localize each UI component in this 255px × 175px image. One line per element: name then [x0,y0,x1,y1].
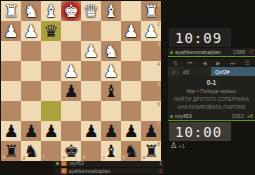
square-f6[interactable] [41,101,61,121]
white-rook: ♜ [1,1,21,21]
square-b2[interactable]: ♟ [121,21,141,41]
square-e4[interactable]: ♟ [61,61,81,81]
white-pawn: ♟ [101,61,121,81]
square-h5[interactable] [1,81,21,101]
square-c1[interactable]: ♝ [101,1,121,21]
square-d6[interactable] [81,101,101,121]
square-c8[interactable]: ♝c [101,141,121,161]
file-coordinate: h [3,155,6,160]
file-coordinate: g [23,155,26,160]
square-e6[interactable] [61,101,81,121]
online-dot-icon [170,51,173,54]
white-pawn: ♟ [1,21,21,41]
menu-icon[interactable]: ☰ [245,59,250,67]
square-f4[interactable] [41,61,61,81]
square-h1[interactable]: ♜ [1,1,21,21]
white-move[interactable]: d3 [179,67,211,76]
square-c5[interactable]: ♝ [101,81,121,101]
online-dot-icon [170,115,173,118]
square-c7[interactable]: ♟ [101,121,121,141]
square-a4[interactable]: 4 [141,61,161,81]
square-b3[interactable] [121,41,141,61]
square-b7[interactable]: ♟ [121,121,141,141]
prev-move-icon[interactable]: ◀ [202,59,206,67]
square-a5[interactable]: 5 [141,81,161,101]
square-b5[interactable] [121,81,141,101]
analyze-game-button[interactable]: АНАЛИЗИРОВАТЬ ПАРТИЮ [168,104,255,113]
file-coordinate: d [83,155,86,160]
game-summary: ⚔ roy453 1 ⚔ ayahkemowbajdan 0 [54,160,164,175]
white-queen: ♛ [81,1,101,21]
rank-coordinate: 4 [157,62,160,67]
move-number: 4 [168,67,179,76]
rank-coordinate: 6 [157,102,160,107]
square-b4[interactable] [121,61,141,81]
square-a1[interactable]: ♜1 [141,1,161,21]
square-c3[interactable]: ♞ [101,41,121,61]
square-a8[interactable]: ♜8a [141,141,161,161]
summary-player-name[interactable]: ayahkemowbajdan [69,168,158,174]
white-pawn: ♟ [21,21,41,41]
replay-toolbar: ⇅⏮◀▶⏭☰ [168,59,255,67]
summary-score: 0 [159,168,162,174]
file-coordinate: e [63,155,66,160]
rank-coordinate: 7 [157,122,160,127]
square-d1[interactable]: ♛ [81,1,101,21]
summary-score: 1 [159,160,162,166]
square-f5[interactable] [41,81,61,101]
file-coordinate: f [43,155,44,160]
square-g5[interactable] [21,81,41,101]
white-knight: ♞ [101,41,121,61]
square-d3[interactable]: ♟ [81,41,101,61]
square-e3[interactable] [61,41,81,61]
white-king: ♚ [61,1,81,21]
square-f2[interactable]: ♛ [41,21,61,41]
move-list-row: 4 d3 Qxf2# [168,67,255,76]
player-name-top[interactable]: ayahkemowbajdan [175,49,221,55]
black-queen: ♛ [41,21,61,41]
captured-material: ♙ +1 [170,142,185,150]
square-g1[interactable]: ♞ [21,1,41,21]
square-d5[interactable] [81,81,101,101]
square-h8[interactable]: ♜h [1,141,21,161]
rating-delta-top: -7 [248,49,253,55]
black-pawn: ♟ [61,81,81,101]
square-h7[interactable]: ♟ [1,121,21,141]
result-status: Мат • Победа чёрных [168,88,255,94]
player-name-bottom[interactable]: roy453 [175,113,192,119]
white-pawn: ♟ [61,61,81,81]
square-d8[interactable]: d [81,141,101,161]
square-e1[interactable]: ♚ [61,1,81,21]
square-c2[interactable] [101,21,121,41]
summary-player-name[interactable]: roy453 [69,160,158,166]
rating-delta-bottom: +6 [247,113,253,119]
clock-black: 10:00 [169,122,231,141]
file-coordinate: b [123,155,126,160]
square-f1[interactable]: ♝ [41,1,61,21]
lichess-game-page: ♜♞♝♚♛♝♜1♟♟♛♟♟2♟♞3♟♟4♟♝56♟♟♟♟♟♟♟7♜h♞gf♚ed… [0,0,255,175]
summary-row-loser[interactable]: ⚔ ayahkemowbajdan 0 [54,168,164,175]
square-c4[interactable]: ♟ [101,61,121,81]
next-move-icon[interactable]: ▶ [216,59,220,67]
rank-coordinate: 2 [157,22,160,27]
square-c6[interactable] [101,101,121,121]
rank-coordinate: 3 [157,42,160,47]
last-move-icon[interactable]: ⏭ [230,59,235,67]
post-game-actions: НАЙТИ ДРУГОГО СОПЕРНИКА АНАЛИЗИРОВАТЬ ПА… [168,95,255,112]
material-advantage: +1 [178,143,185,149]
square-f3[interactable] [41,41,61,61]
white-pawn: ♟ [121,21,141,41]
white-bishop: ♝ [41,1,61,21]
file-coordinate: c [103,155,106,160]
clock-white: 10:09 [169,28,231,47]
square-b1[interactable] [121,1,141,21]
black-bishop: ♝ [101,81,121,101]
square-g3[interactable] [21,41,41,61]
square-h3[interactable] [1,41,21,61]
square-h6[interactable] [1,101,21,121]
game-sidebar: 10:09 ayahkemowbajdan 1588 -7 ⇅⏮◀▶⏭☰ 4 d… [168,0,255,175]
captured-pawn-icon: ♙ [170,142,177,150]
square-g4[interactable] [21,61,41,81]
square-a2[interactable]: ♟2 [141,21,161,41]
player-rating-top: 1588 [233,49,245,55]
black-pawn: ♟ [1,121,21,141]
square-f8[interactable]: f [41,141,61,161]
rank-coordinate: 8 [157,142,160,147]
result-score: 0-1 [168,76,255,86]
rank-coordinate: 5 [157,82,160,87]
square-d2[interactable] [81,21,101,41]
square-g7[interactable]: ♟ [21,121,41,141]
square-g6[interactable] [21,101,41,121]
player-rating-bottom: 1562 [231,113,243,119]
square-a6[interactable]: 6 [141,101,161,121]
new-opponent-button[interactable]: НАЙТИ ДРУГОГО СОПЕРНИКА [168,95,255,104]
file-coordinate: a [143,155,146,160]
white-bishop: ♝ [101,1,121,21]
flip-board-icon[interactable]: ⇅ [173,59,178,67]
black-move-current[interactable]: Qxf2# [211,67,255,76]
square-g8[interactable]: ♞g [21,141,41,161]
square-e8[interactable]: ♚e [61,141,81,161]
black-pawn: ♟ [21,121,41,141]
black-pawn: ♟ [121,121,141,141]
white-knight: ♞ [21,1,41,21]
square-d4[interactable] [81,61,101,81]
square-d7[interactable]: ♟ [81,121,101,141]
square-a7[interactable]: ♟7 [141,121,161,141]
black-pawn: ♟ [41,121,61,141]
black-pawn: ♟ [101,121,121,141]
square-e2[interactable] [61,21,81,41]
square-f7[interactable]: ♟ [41,121,61,141]
first-move-icon[interactable]: ⏮ [187,59,192,67]
white-pawn: ♟ [81,41,101,61]
square-e5[interactable]: ♟ [61,81,81,101]
green-marker-icon [56,162,59,165]
square-b6[interactable] [121,101,141,121]
player-bar-bottom: roy453 1562 +6 [168,112,255,121]
versus-icon: ⚔ [61,168,67,174]
square-h4[interactable] [1,61,21,81]
result-block: 0-1 Мат • Победа чёрных [168,76,255,95]
rank-coordinate: 1 [157,2,160,7]
square-h2[interactable]: ♟ [1,21,21,41]
chess-board: ♜♞♝♚♛♝♜1♟♟♛♟♟2♟♞3♟♟4♟♝56♟♟♟♟♟♟♟7♜h♞gf♚ed… [1,1,161,161]
square-b8[interactable]: ♞b [121,141,141,161]
player-bar-top: ayahkemowbajdan 1588 -7 [168,48,255,57]
versus-icon: ⚔ [61,161,67,167]
black-pawn: ♟ [81,121,101,141]
square-g2[interactable]: ♟ [21,21,41,41]
square-e7[interactable] [61,121,81,141]
square-a3[interactable]: 3 [141,41,161,61]
